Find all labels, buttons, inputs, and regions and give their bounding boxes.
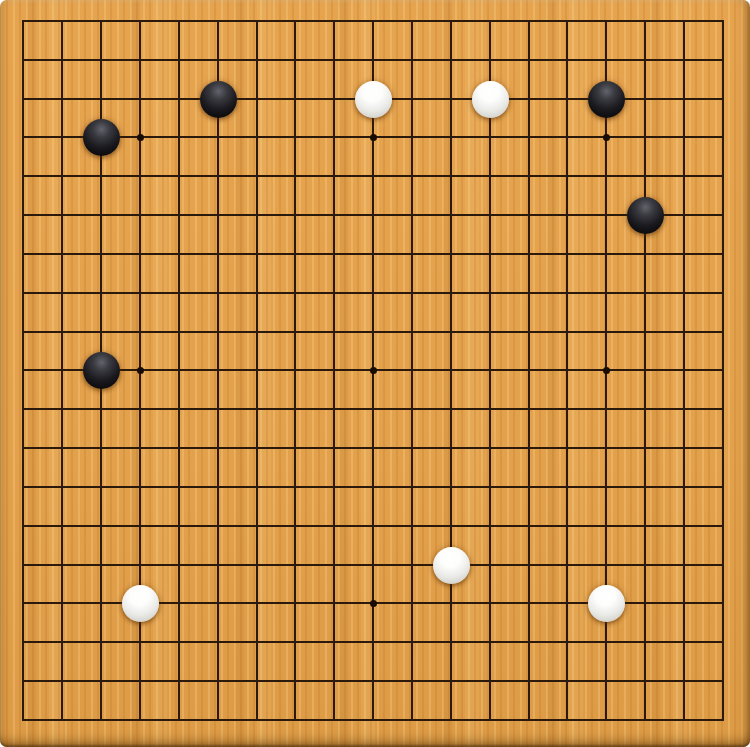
grid-line-horizontal [22, 564, 724, 566]
grid-line-horizontal [22, 486, 724, 488]
grid-line-horizontal [22, 447, 724, 449]
board-grid [0, 0, 750, 747]
black-stone [627, 197, 664, 234]
grid-line-horizontal [22, 525, 724, 527]
white-stone [122, 585, 159, 622]
star-point [603, 134, 610, 141]
grid-line-vertical [722, 20, 724, 721]
star-point [603, 367, 610, 374]
go-board[interactable] [0, 0, 750, 747]
grid-line-vertical [683, 20, 685, 721]
grid-line-horizontal [22, 408, 724, 410]
star-point [370, 134, 377, 141]
white-stone [588, 585, 625, 622]
grid-line-vertical [489, 20, 491, 721]
grid-line-horizontal [22, 641, 724, 643]
white-stone [472, 81, 509, 118]
black-stone [200, 81, 237, 118]
white-stone [433, 547, 470, 584]
black-stone [83, 352, 120, 389]
grid-line-vertical [528, 20, 530, 721]
grid-line-horizontal [22, 719, 724, 721]
grid-line-vertical [450, 20, 452, 721]
black-stone [83, 119, 120, 156]
grid-line-vertical [566, 20, 568, 721]
star-point [137, 134, 144, 141]
white-stone [355, 81, 392, 118]
grid-line-horizontal [22, 680, 724, 682]
black-stone [588, 81, 625, 118]
grid-line-vertical [411, 20, 413, 721]
grid-line-vertical [644, 20, 646, 721]
star-point [137, 367, 144, 374]
star-point [370, 367, 377, 374]
star-point [370, 600, 377, 607]
screenshot-stage [0, 0, 750, 747]
